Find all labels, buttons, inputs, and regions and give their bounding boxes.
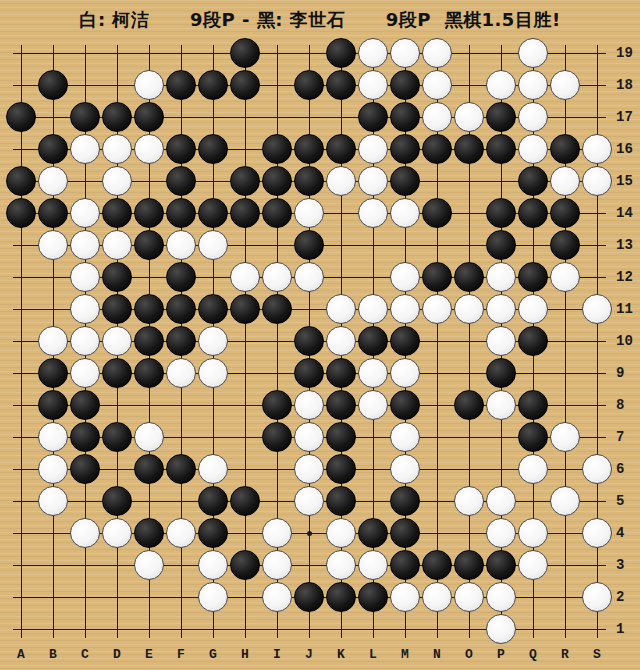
intersection-D8[interactable] <box>101 389 133 421</box>
intersection-G10[interactable] <box>197 325 229 357</box>
intersection-C10[interactable] <box>69 325 101 357</box>
intersection-L15[interactable] <box>357 165 389 197</box>
intersection-S11[interactable] <box>581 293 613 325</box>
intersection-B16[interactable] <box>37 133 69 165</box>
intersection-P13[interactable] <box>485 229 517 261</box>
intersection-E16[interactable] <box>133 133 165 165</box>
intersection-D9[interactable] <box>101 357 133 389</box>
intersection-C1[interactable] <box>69 613 101 645</box>
intersection-O9[interactable] <box>453 357 485 389</box>
intersection-K1[interactable] <box>325 613 357 645</box>
intersection-Q8[interactable] <box>517 389 549 421</box>
intersection-L8[interactable] <box>357 389 389 421</box>
intersection-H12[interactable] <box>229 261 261 293</box>
intersection-O19[interactable] <box>453 37 485 69</box>
intersection-A7[interactable] <box>5 421 37 453</box>
intersection-J1[interactable] <box>293 613 325 645</box>
intersection-B10[interactable] <box>37 325 69 357</box>
intersection-C18[interactable] <box>69 69 101 101</box>
intersection-M3[interactable] <box>389 549 421 581</box>
intersection-L7[interactable] <box>357 421 389 453</box>
intersection-H13[interactable] <box>229 229 261 261</box>
intersection-C3[interactable] <box>69 549 101 581</box>
intersection-D1[interactable] <box>101 613 133 645</box>
intersection-N9[interactable] <box>421 357 453 389</box>
intersection-H11[interactable] <box>229 293 261 325</box>
intersection-S9[interactable] <box>581 357 613 389</box>
intersection-G9[interactable] <box>197 357 229 389</box>
intersection-H8[interactable] <box>229 389 261 421</box>
intersection-M19[interactable] <box>389 37 421 69</box>
intersection-M11[interactable] <box>389 293 421 325</box>
intersection-K8[interactable] <box>325 389 357 421</box>
intersection-L13[interactable] <box>357 229 389 261</box>
intersection-I6[interactable] <box>261 453 293 485</box>
intersection-C11[interactable] <box>69 293 101 325</box>
intersection-H1[interactable] <box>229 613 261 645</box>
intersection-K19[interactable] <box>325 37 357 69</box>
intersection-J15[interactable] <box>293 165 325 197</box>
intersection-G4[interactable] <box>197 517 229 549</box>
intersection-O1[interactable] <box>453 613 485 645</box>
intersection-A16[interactable] <box>5 133 37 165</box>
intersection-J16[interactable] <box>293 133 325 165</box>
intersection-D14[interactable] <box>101 197 133 229</box>
intersection-L11[interactable] <box>357 293 389 325</box>
intersection-I3[interactable] <box>261 549 293 581</box>
intersection-S7[interactable] <box>581 421 613 453</box>
intersection-O18[interactable] <box>453 69 485 101</box>
intersection-R9[interactable] <box>549 357 581 389</box>
intersection-L9[interactable] <box>357 357 389 389</box>
intersection-L3[interactable] <box>357 549 389 581</box>
intersection-K9[interactable] <box>325 357 357 389</box>
intersection-I2[interactable] <box>261 581 293 613</box>
intersection-C5[interactable] <box>69 485 101 517</box>
intersection-P7[interactable] <box>485 421 517 453</box>
intersection-M14[interactable] <box>389 197 421 229</box>
intersection-E4[interactable] <box>133 517 165 549</box>
intersection-I8[interactable] <box>261 389 293 421</box>
intersection-H7[interactable] <box>229 421 261 453</box>
intersection-L6[interactable] <box>357 453 389 485</box>
intersection-J19[interactable] <box>293 37 325 69</box>
intersection-N10[interactable] <box>421 325 453 357</box>
intersection-H3[interactable] <box>229 549 261 581</box>
intersection-R1[interactable] <box>549 613 581 645</box>
intersection-Q2[interactable] <box>517 581 549 613</box>
intersection-A14[interactable] <box>5 197 37 229</box>
intersection-Q14[interactable] <box>517 197 549 229</box>
intersection-L16[interactable] <box>357 133 389 165</box>
intersection-D6[interactable] <box>101 453 133 485</box>
intersection-R17[interactable] <box>549 101 581 133</box>
intersection-A5[interactable] <box>5 485 37 517</box>
intersection-C7[interactable] <box>69 421 101 453</box>
intersection-B3[interactable] <box>37 549 69 581</box>
intersection-E10[interactable] <box>133 325 165 357</box>
intersection-S2[interactable] <box>581 581 613 613</box>
intersection-Q17[interactable] <box>517 101 549 133</box>
intersection-D2[interactable] <box>101 581 133 613</box>
intersection-P11[interactable] <box>485 293 517 325</box>
intersection-N13[interactable] <box>421 229 453 261</box>
intersection-E19[interactable] <box>133 37 165 69</box>
intersection-Q10[interactable] <box>517 325 549 357</box>
intersection-H9[interactable] <box>229 357 261 389</box>
intersection-O4[interactable] <box>453 517 485 549</box>
intersection-L10[interactable] <box>357 325 389 357</box>
intersection-O14[interactable] <box>453 197 485 229</box>
intersection-Q4[interactable] <box>517 517 549 549</box>
intersection-N16[interactable] <box>421 133 453 165</box>
intersection-C12[interactable] <box>69 261 101 293</box>
intersection-I5[interactable] <box>261 485 293 517</box>
intersection-G6[interactable] <box>197 453 229 485</box>
intersection-G16[interactable] <box>197 133 229 165</box>
intersection-J12[interactable] <box>293 261 325 293</box>
intersection-K3[interactable] <box>325 549 357 581</box>
intersection-J6[interactable] <box>293 453 325 485</box>
intersection-S12[interactable] <box>581 261 613 293</box>
intersection-A13[interactable] <box>5 229 37 261</box>
intersection-J5[interactable] <box>293 485 325 517</box>
intersection-D7[interactable] <box>101 421 133 453</box>
intersection-Q6[interactable] <box>517 453 549 485</box>
intersection-Q11[interactable] <box>517 293 549 325</box>
intersection-L12[interactable] <box>357 261 389 293</box>
intersection-K7[interactable] <box>325 421 357 453</box>
intersection-F5[interactable] <box>165 485 197 517</box>
intersection-P15[interactable] <box>485 165 517 197</box>
intersection-C13[interactable] <box>69 229 101 261</box>
intersection-G19[interactable] <box>197 37 229 69</box>
intersection-C6[interactable] <box>69 453 101 485</box>
intersection-R4[interactable] <box>549 517 581 549</box>
intersection-Q16[interactable] <box>517 133 549 165</box>
intersection-A2[interactable] <box>5 581 37 613</box>
intersection-S3[interactable] <box>581 549 613 581</box>
intersection-A15[interactable] <box>5 165 37 197</box>
intersection-P14[interactable] <box>485 197 517 229</box>
intersection-P10[interactable] <box>485 325 517 357</box>
intersection-N8[interactable] <box>421 389 453 421</box>
intersection-L1[interactable] <box>357 613 389 645</box>
intersection-E12[interactable] <box>133 261 165 293</box>
intersection-L2[interactable] <box>357 581 389 613</box>
intersection-B2[interactable] <box>37 581 69 613</box>
intersection-Q7[interactable] <box>517 421 549 453</box>
intersection-I18[interactable] <box>261 69 293 101</box>
intersection-S14[interactable] <box>581 197 613 229</box>
intersection-C14[interactable] <box>69 197 101 229</box>
intersection-K18[interactable] <box>325 69 357 101</box>
intersection-J11[interactable] <box>293 293 325 325</box>
intersection-M16[interactable] <box>389 133 421 165</box>
intersection-B1[interactable] <box>37 613 69 645</box>
intersection-R6[interactable] <box>549 453 581 485</box>
intersection-C15[interactable] <box>69 165 101 197</box>
intersection-N17[interactable] <box>421 101 453 133</box>
intersection-B18[interactable] <box>37 69 69 101</box>
intersection-F19[interactable] <box>165 37 197 69</box>
intersection-D18[interactable] <box>101 69 133 101</box>
intersection-O3[interactable] <box>453 549 485 581</box>
intersection-G11[interactable] <box>197 293 229 325</box>
intersection-I15[interactable] <box>261 165 293 197</box>
intersection-G5[interactable] <box>197 485 229 517</box>
intersection-Q18[interactable] <box>517 69 549 101</box>
intersection-J17[interactable] <box>293 101 325 133</box>
intersection-P17[interactable] <box>485 101 517 133</box>
intersection-B8[interactable] <box>37 389 69 421</box>
intersection-B4[interactable] <box>37 517 69 549</box>
intersection-O16[interactable] <box>453 133 485 165</box>
intersection-D4[interactable] <box>101 517 133 549</box>
intersection-P18[interactable] <box>485 69 517 101</box>
intersection-I4[interactable] <box>261 517 293 549</box>
intersection-E9[interactable] <box>133 357 165 389</box>
intersection-E17[interactable] <box>133 101 165 133</box>
intersection-C8[interactable] <box>69 389 101 421</box>
intersection-C16[interactable] <box>69 133 101 165</box>
intersection-M5[interactable] <box>389 485 421 517</box>
intersection-I12[interactable] <box>261 261 293 293</box>
intersection-R12[interactable] <box>549 261 581 293</box>
intersection-A3[interactable] <box>5 549 37 581</box>
intersection-Q3[interactable] <box>517 549 549 581</box>
intersection-M6[interactable] <box>389 453 421 485</box>
intersection-C19[interactable] <box>69 37 101 69</box>
intersection-A12[interactable] <box>5 261 37 293</box>
intersection-F2[interactable] <box>165 581 197 613</box>
intersection-N15[interactable] <box>421 165 453 197</box>
intersection-S15[interactable] <box>581 165 613 197</box>
intersection-B11[interactable] <box>37 293 69 325</box>
intersection-O8[interactable] <box>453 389 485 421</box>
intersection-O7[interactable] <box>453 421 485 453</box>
intersection-D16[interactable] <box>101 133 133 165</box>
intersection-H18[interactable] <box>229 69 261 101</box>
intersection-D5[interactable] <box>101 485 133 517</box>
intersection-B19[interactable] <box>37 37 69 69</box>
intersection-A6[interactable] <box>5 453 37 485</box>
intersection-S5[interactable] <box>581 485 613 517</box>
intersection-G7[interactable] <box>197 421 229 453</box>
intersection-E1[interactable] <box>133 613 165 645</box>
intersection-B17[interactable] <box>37 101 69 133</box>
intersection-H19[interactable] <box>229 37 261 69</box>
intersection-C9[interactable] <box>69 357 101 389</box>
intersection-H6[interactable] <box>229 453 261 485</box>
intersection-D12[interactable] <box>101 261 133 293</box>
intersection-P19[interactable] <box>485 37 517 69</box>
intersection-D15[interactable] <box>101 165 133 197</box>
intersection-O17[interactable] <box>453 101 485 133</box>
intersection-N11[interactable] <box>421 293 453 325</box>
intersection-N2[interactable] <box>421 581 453 613</box>
intersection-B13[interactable] <box>37 229 69 261</box>
intersection-A1[interactable] <box>5 613 37 645</box>
intersection-L18[interactable] <box>357 69 389 101</box>
intersection-M8[interactable] <box>389 389 421 421</box>
intersection-J13[interactable] <box>293 229 325 261</box>
intersection-H15[interactable] <box>229 165 261 197</box>
intersection-O13[interactable] <box>453 229 485 261</box>
intersection-Q15[interactable] <box>517 165 549 197</box>
intersection-I17[interactable] <box>261 101 293 133</box>
intersection-R8[interactable] <box>549 389 581 421</box>
intersection-I11[interactable] <box>261 293 293 325</box>
intersection-M10[interactable] <box>389 325 421 357</box>
intersection-S10[interactable] <box>581 325 613 357</box>
intersection-K17[interactable] <box>325 101 357 133</box>
intersection-R2[interactable] <box>549 581 581 613</box>
intersection-E7[interactable] <box>133 421 165 453</box>
intersection-L17[interactable] <box>357 101 389 133</box>
intersection-R3[interactable] <box>549 549 581 581</box>
intersection-L4[interactable] <box>357 517 389 549</box>
intersection-M17[interactable] <box>389 101 421 133</box>
intersection-E18[interactable] <box>133 69 165 101</box>
intersection-G14[interactable] <box>197 197 229 229</box>
intersection-Q5[interactable] <box>517 485 549 517</box>
intersection-J7[interactable] <box>293 421 325 453</box>
intersection-J14[interactable] <box>293 197 325 229</box>
intersection-M13[interactable] <box>389 229 421 261</box>
intersection-G8[interactable] <box>197 389 229 421</box>
intersection-R19[interactable] <box>549 37 581 69</box>
intersection-F9[interactable] <box>165 357 197 389</box>
intersection-E11[interactable] <box>133 293 165 325</box>
intersection-D10[interactable] <box>101 325 133 357</box>
intersection-R15[interactable] <box>549 165 581 197</box>
intersection-J8[interactable] <box>293 389 325 421</box>
intersection-F18[interactable] <box>165 69 197 101</box>
intersection-E15[interactable] <box>133 165 165 197</box>
intersection-N6[interactable] <box>421 453 453 485</box>
intersection-R5[interactable] <box>549 485 581 517</box>
intersection-G18[interactable] <box>197 69 229 101</box>
intersection-R10[interactable] <box>549 325 581 357</box>
intersection-C2[interactable] <box>69 581 101 613</box>
intersection-I14[interactable] <box>261 197 293 229</box>
intersection-D17[interactable] <box>101 101 133 133</box>
intersection-H4[interactable] <box>229 517 261 549</box>
intersection-B6[interactable] <box>37 453 69 485</box>
intersection-D11[interactable] <box>101 293 133 325</box>
intersection-N7[interactable] <box>421 421 453 453</box>
intersection-N4[interactable] <box>421 517 453 549</box>
intersection-D19[interactable] <box>101 37 133 69</box>
intersection-S18[interactable] <box>581 69 613 101</box>
intersection-K2[interactable] <box>325 581 357 613</box>
intersection-F1[interactable] <box>165 613 197 645</box>
intersection-R11[interactable] <box>549 293 581 325</box>
intersection-R13[interactable] <box>549 229 581 261</box>
intersection-P4[interactable] <box>485 517 517 549</box>
intersection-F8[interactable] <box>165 389 197 421</box>
intersection-F3[interactable] <box>165 549 197 581</box>
intersection-F16[interactable] <box>165 133 197 165</box>
intersection-M9[interactable] <box>389 357 421 389</box>
intersection-H10[interactable] <box>229 325 261 357</box>
intersection-P5[interactable] <box>485 485 517 517</box>
intersection-H14[interactable] <box>229 197 261 229</box>
intersection-R7[interactable] <box>549 421 581 453</box>
intersection-K14[interactable] <box>325 197 357 229</box>
intersection-G15[interactable] <box>197 165 229 197</box>
intersection-N5[interactable] <box>421 485 453 517</box>
intersection-S1[interactable] <box>581 613 613 645</box>
intersection-Q12[interactable] <box>517 261 549 293</box>
intersection-I16[interactable] <box>261 133 293 165</box>
intersection-A19[interactable] <box>5 37 37 69</box>
intersection-M1[interactable] <box>389 613 421 645</box>
intersection-R18[interactable] <box>549 69 581 101</box>
intersection-O6[interactable] <box>453 453 485 485</box>
intersection-F10[interactable] <box>165 325 197 357</box>
intersection-F17[interactable] <box>165 101 197 133</box>
intersection-P2[interactable] <box>485 581 517 613</box>
intersection-A9[interactable] <box>5 357 37 389</box>
intersection-P6[interactable] <box>485 453 517 485</box>
intersection-O12[interactable] <box>453 261 485 293</box>
intersection-M4[interactable] <box>389 517 421 549</box>
intersection-P12[interactable] <box>485 261 517 293</box>
intersection-C4[interactable] <box>69 517 101 549</box>
intersection-S19[interactable] <box>581 37 613 69</box>
intersection-K10[interactable] <box>325 325 357 357</box>
intersection-I13[interactable] <box>261 229 293 261</box>
intersection-K6[interactable] <box>325 453 357 485</box>
intersection-I1[interactable] <box>261 613 293 645</box>
intersection-O10[interactable] <box>453 325 485 357</box>
intersection-G17[interactable] <box>197 101 229 133</box>
intersection-B14[interactable] <box>37 197 69 229</box>
intersection-E3[interactable] <box>133 549 165 581</box>
intersection-H5[interactable] <box>229 485 261 517</box>
intersection-P3[interactable] <box>485 549 517 581</box>
intersection-M12[interactable] <box>389 261 421 293</box>
intersection-B15[interactable] <box>37 165 69 197</box>
intersection-N12[interactable] <box>421 261 453 293</box>
intersection-E2[interactable] <box>133 581 165 613</box>
intersection-J9[interactable] <box>293 357 325 389</box>
intersection-F15[interactable] <box>165 165 197 197</box>
intersection-F13[interactable] <box>165 229 197 261</box>
intersection-M15[interactable] <box>389 165 421 197</box>
intersection-I10[interactable] <box>261 325 293 357</box>
intersection-I19[interactable] <box>261 37 293 69</box>
intersection-J10[interactable] <box>293 325 325 357</box>
intersection-F12[interactable] <box>165 261 197 293</box>
intersection-C17[interactable] <box>69 101 101 133</box>
intersection-R16[interactable] <box>549 133 581 165</box>
intersection-K11[interactable] <box>325 293 357 325</box>
intersection-S13[interactable] <box>581 229 613 261</box>
intersection-G13[interactable] <box>197 229 229 261</box>
intersection-N1[interactable] <box>421 613 453 645</box>
intersection-A17[interactable] <box>5 101 37 133</box>
intersection-K15[interactable] <box>325 165 357 197</box>
intersection-F7[interactable] <box>165 421 197 453</box>
intersection-B9[interactable] <box>37 357 69 389</box>
intersection-N19[interactable] <box>421 37 453 69</box>
intersection-M2[interactable] <box>389 581 421 613</box>
intersection-F6[interactable] <box>165 453 197 485</box>
intersection-M7[interactable] <box>389 421 421 453</box>
